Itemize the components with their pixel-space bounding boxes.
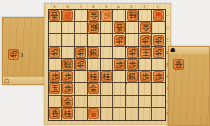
piece-sente-香[interactable]: 香 (173, 59, 184, 70)
board-cell-9-4[interactable]: 歩 (49, 47, 62, 59)
sente-player-icon: ☗ (170, 47, 175, 53)
board-cell-2-5[interactable] (139, 59, 152, 71)
board-cell-2-1[interactable] (139, 10, 152, 22)
piece-sente-歩[interactable]: 歩 (49, 71, 60, 82)
komadai-sente: 香 ☗ (168, 46, 210, 126)
board-cell-8-1[interactable]: 龍 (62, 10, 75, 22)
board-cell-3-2[interactable] (126, 22, 139, 34)
board-cell-5-8[interactable] (101, 96, 114, 108)
piece-sente-桂[interactable]: 桂 (101, 71, 112, 82)
board-cell-8-9[interactable]: 桂 (62, 108, 75, 120)
board-cell-7-6[interactable] (75, 71, 88, 83)
board-cell-4-6[interactable] (113, 71, 126, 83)
board-cell-9-6[interactable]: 歩 (49, 71, 62, 83)
piece-sente-金[interactable]: 金 (62, 96, 73, 107)
piece-gote-歩[interactable]: 歩 (127, 47, 138, 58)
board-cell-6-5[interactable] (88, 59, 101, 71)
board-cell-4-9[interactable] (113, 108, 126, 120)
board-cell-9-2[interactable] (49, 22, 62, 34)
board-cell-2-2[interactable]: 金 (139, 22, 152, 34)
board-cell-4-3[interactable]: 歩 (113, 34, 126, 46)
piece-sente-歩[interactable]: 歩 (114, 59, 125, 70)
board-cell-1-8[interactable] (152, 96, 165, 108)
board-cell-7-9[interactable] (75, 108, 88, 120)
board-cell-8-5[interactable]: 飛 (62, 59, 75, 71)
piece-gote-銀[interactable]: 銀 (101, 10, 112, 21)
board-cell-1-1[interactable]: 馬 (152, 10, 165, 22)
piece-gote-歩[interactable]: 歩 (75, 59, 86, 70)
board-cell-2-8[interactable] (139, 96, 152, 108)
board-cell-8-3[interactable] (62, 34, 75, 46)
board-cell-6-9[interactable]: 馬 (88, 108, 101, 120)
board-cell-4-1[interactable] (113, 10, 126, 22)
board-cell-7-3[interactable] (75, 34, 88, 46)
star-point (87, 46, 89, 48)
board-cell-2-4[interactable]: 王 (139, 47, 152, 59)
piece-sente-歩[interactable]: 歩 (62, 71, 73, 82)
board-cell-5-1[interactable]: 銀 (101, 10, 114, 22)
board-cell-7-5[interactable]: 歩 (75, 59, 88, 71)
board-cell-1-9[interactable] (152, 108, 165, 120)
piece-gote-歩[interactable]: 歩 (153, 35, 164, 46)
board-cell-2-6[interactable]: 歩 (139, 71, 152, 83)
board-cell-9-3[interactable] (49, 34, 62, 46)
board-cell-8-6[interactable]: 歩 (62, 71, 75, 83)
board-cell-3-8[interactable] (126, 96, 139, 108)
board-cell-2-9[interactable] (139, 108, 152, 120)
board-cell-4-2[interactable]: 香 (113, 22, 126, 34)
hand-slot-sente: 香 (173, 59, 184, 70)
board-cell-1-7[interactable] (152, 83, 165, 95)
board-cell-3-4[interactable]: 歩 (126, 47, 139, 59)
hand-count: 3 (20, 52, 23, 58)
star-point (125, 46, 127, 48)
board-cell-5-3[interactable] (101, 34, 114, 46)
board-cell-3-7[interactable] (126, 83, 139, 95)
board-cell-7-8[interactable] (75, 96, 88, 108)
star-point (87, 82, 89, 84)
piece-gote-香[interactable]: 香 (114, 22, 125, 33)
board-cell-7-1[interactable] (75, 10, 88, 22)
board-cell-2-3[interactable]: 歩 (139, 34, 152, 46)
piece-gote-馬[interactable]: 馬 (88, 108, 99, 119)
hand-slot-gote: 歩3 (8, 49, 23, 60)
board-cell-1-2[interactable] (152, 22, 165, 34)
board-cell-4-4[interactable] (113, 47, 126, 59)
board-cell-5-2[interactable] (101, 22, 114, 34)
board-cell-6-6[interactable]: 桂 (88, 71, 101, 83)
board-cell-3-5[interactable]: 歩 (126, 59, 139, 71)
piece-gote-香[interactable]: 香 (49, 10, 60, 21)
piece-sente-歩[interactable]: 歩 (140, 71, 151, 82)
board-cell-3-1[interactable]: 桂 (126, 10, 139, 22)
piece-gote-金[interactable]: 金 (140, 22, 151, 33)
board-cell-2-7[interactable] (139, 83, 152, 95)
board-cell-1-6[interactable]: 歩 (152, 71, 165, 83)
piece-gote-歩[interactable]: 歩 (8, 49, 19, 60)
piece-gote-飛[interactable]: 飛 (62, 59, 73, 70)
board-cell-9-8[interactable] (49, 96, 62, 108)
board-cell-4-8[interactable] (113, 96, 126, 108)
board-cell-3-3[interactable] (126, 34, 139, 46)
board-cell-6-2[interactable]: 銀 (88, 22, 101, 34)
board-cell-1-3[interactable]: 歩 (152, 34, 165, 46)
piece-gote-銀[interactable]: 銀 (88, 22, 99, 33)
board-cell-9-5[interactable] (49, 59, 62, 71)
board-cell-5-4[interactable] (101, 47, 114, 59)
gote-hand: 歩3 (8, 49, 23, 62)
piece-sente-金[interactable]: 金 (88, 83, 99, 94)
board-cell-9-7[interactable]: 玉 (49, 83, 62, 95)
shogi-board: 987654321 一二三四五六七八九 香龍金銀桂馬銀香金歩歩歩歩歩銀歩王歩飛歩… (44, 3, 171, 125)
piece-sente-歩[interactable]: 歩 (62, 83, 73, 94)
board-cell-3-6[interactable]: 銀 (126, 71, 139, 83)
gote-player-icon: ☖ (4, 78, 9, 84)
board-cell-8-4[interactable] (62, 47, 75, 59)
board-cell-7-7[interactable] (75, 83, 88, 95)
piece-sente-馬[interactable]: 馬 (153, 10, 164, 21)
board-cell-9-9[interactable]: 香 (49, 108, 62, 120)
piece-sente-銀[interactable]: 銀 (127, 71, 138, 82)
board-cell-6-1[interactable]: 金 (88, 10, 101, 22)
piece-gote-歩[interactable]: 歩 (49, 47, 60, 58)
board-cell-5-6[interactable]: 桂 (101, 71, 114, 83)
board-cell-9-1[interactable]: 香 (49, 10, 62, 22)
piece-gote-王[interactable]: 王 (140, 47, 151, 58)
piece-sente-玉[interactable]: 玉 (49, 83, 60, 94)
star-point (125, 82, 127, 84)
board-cell-6-3[interactable] (88, 34, 101, 46)
board-cell-6-8[interactable] (88, 96, 101, 108)
piece-sente-桂[interactable]: 桂 (88, 71, 99, 82)
board-cell-5-5[interactable] (101, 59, 114, 71)
board-cell-4-7[interactable] (113, 83, 126, 95)
piece-gote-桂[interactable]: 桂 (127, 10, 138, 21)
piece-sente-龍[interactable]: 龍 (62, 10, 73, 21)
board-cell-6-4[interactable]: 銀 (88, 47, 101, 59)
board-cell-8-2[interactable] (62, 22, 75, 34)
board-cell-3-9[interactable] (126, 108, 139, 120)
piece-sente-歩[interactable]: 歩 (153, 71, 164, 82)
board-cell-5-7[interactable] (101, 83, 114, 95)
piece-sente-桂[interactable]: 桂 (62, 108, 73, 119)
piece-gote-歩[interactable]: 歩 (75, 47, 86, 58)
board-cell-6-7[interactable]: 金 (88, 83, 101, 95)
piece-gote-歩[interactable]: 歩 (140, 35, 151, 46)
board-cell-1-4[interactable]: 歩 (152, 47, 165, 59)
piece-sente-香[interactable]: 香 (49, 108, 60, 119)
piece-gote-歩[interactable]: 歩 (114, 35, 125, 46)
board-cell-1-5[interactable] (152, 59, 165, 71)
board-cell-7-4[interactable]: 歩 (75, 47, 88, 59)
board-grid[interactable]: 香龍金銀桂馬銀香金歩歩歩歩歩銀歩王歩飛歩歩歩歩歩桂桂銀歩歩玉歩金金香桂馬 (48, 9, 166, 121)
piece-gote-歩[interactable]: 歩 (153, 47, 164, 58)
sente-hand: 香 (173, 59, 184, 72)
board-cell-8-7[interactable]: 歩 (62, 83, 75, 95)
board-cell-5-9[interactable] (101, 108, 114, 120)
piece-sente-銀[interactable]: 銀 (88, 47, 99, 58)
piece-sente-歩[interactable]: 歩 (127, 59, 138, 70)
piece-gote-金[interactable]: 金 (88, 10, 99, 21)
board-cell-7-2[interactable] (75, 22, 88, 34)
board-cell-4-5[interactable]: 歩 (113, 59, 126, 71)
board-cell-8-8[interactable]: 金 (62, 96, 75, 108)
komadai-gote: 歩3 ☖ (2, 17, 46, 85)
